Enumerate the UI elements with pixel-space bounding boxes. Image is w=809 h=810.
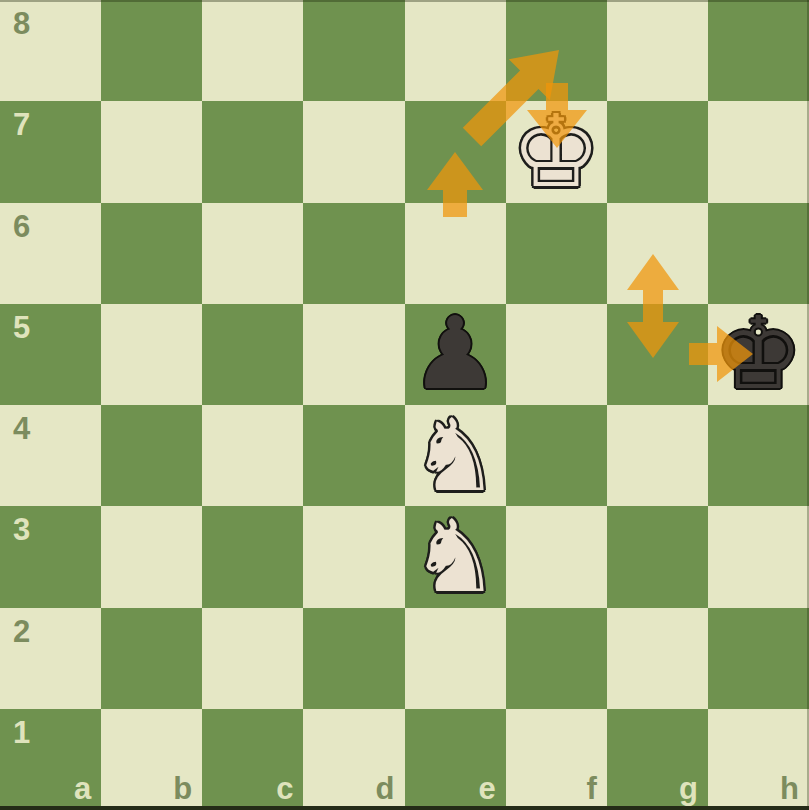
square-a5[interactable]: 5 bbox=[0, 304, 101, 405]
square-b6[interactable] bbox=[101, 203, 202, 304]
square-d3[interactable] bbox=[303, 506, 404, 607]
square-d1[interactable]: d bbox=[303, 709, 404, 810]
square-g2[interactable] bbox=[607, 608, 708, 709]
board-squares: 87♚65♟♚4♞3♞21abcdefgh bbox=[0, 0, 809, 810]
piece-black-king-h5[interactable]: ♚ bbox=[708, 304, 809, 405]
square-e7[interactable] bbox=[405, 101, 506, 202]
square-g6[interactable] bbox=[607, 203, 708, 304]
square-f3[interactable] bbox=[506, 506, 607, 607]
file-label-g: g bbox=[679, 773, 698, 804]
square-c4[interactable] bbox=[202, 405, 303, 506]
square-d2[interactable] bbox=[303, 608, 404, 709]
square-a6[interactable]: 6 bbox=[0, 203, 101, 304]
square-c5[interactable] bbox=[202, 304, 303, 405]
rank-label-4: 4 bbox=[13, 413, 30, 444]
file-label-e: e bbox=[478, 773, 495, 804]
square-c2[interactable] bbox=[202, 608, 303, 709]
piece-white-king-f7[interactable]: ♚ bbox=[506, 101, 607, 202]
square-f4[interactable] bbox=[506, 405, 607, 506]
rank-label-6: 6 bbox=[13, 211, 30, 242]
square-a2[interactable]: 2 bbox=[0, 608, 101, 709]
file-label-c: c bbox=[276, 773, 293, 804]
square-c3[interactable] bbox=[202, 506, 303, 607]
square-g4[interactable] bbox=[607, 405, 708, 506]
square-d6[interactable] bbox=[303, 203, 404, 304]
square-b1[interactable]: b bbox=[101, 709, 202, 810]
chess-board: 87♚65♟♚4♞3♞21abcdefgh bbox=[0, 0, 809, 810]
rank-label-5: 5 bbox=[13, 312, 30, 343]
square-d4[interactable] bbox=[303, 405, 404, 506]
square-h3[interactable] bbox=[708, 506, 809, 607]
square-e5[interactable]: ♟ bbox=[405, 304, 506, 405]
square-b7[interactable] bbox=[101, 101, 202, 202]
square-e2[interactable] bbox=[405, 608, 506, 709]
square-e4[interactable]: ♞ bbox=[405, 405, 506, 506]
square-d5[interactable] bbox=[303, 304, 404, 405]
square-h1[interactable]: h bbox=[708, 709, 809, 810]
square-h2[interactable] bbox=[708, 608, 809, 709]
rank-label-7: 7 bbox=[13, 109, 30, 140]
square-b2[interactable] bbox=[101, 608, 202, 709]
square-f7[interactable]: ♚ bbox=[506, 101, 607, 202]
piece-black-pawn-e5[interactable]: ♟ bbox=[405, 304, 506, 405]
square-c1[interactable]: c bbox=[202, 709, 303, 810]
square-h8[interactable] bbox=[708, 0, 809, 101]
file-label-d: d bbox=[376, 773, 395, 804]
rank-label-1: 1 bbox=[13, 717, 30, 748]
square-e1[interactable]: e bbox=[405, 709, 506, 810]
square-c7[interactable] bbox=[202, 101, 303, 202]
square-b3[interactable] bbox=[101, 506, 202, 607]
square-g5[interactable] bbox=[607, 304, 708, 405]
square-e3[interactable]: ♞ bbox=[405, 506, 506, 607]
square-a3[interactable]: 3 bbox=[0, 506, 101, 607]
square-a7[interactable]: 7 bbox=[0, 101, 101, 202]
rank-label-8: 8 bbox=[13, 8, 30, 39]
square-b8[interactable] bbox=[101, 0, 202, 101]
square-g7[interactable] bbox=[607, 101, 708, 202]
rank-label-2: 2 bbox=[13, 616, 30, 647]
file-label-h: h bbox=[780, 773, 799, 804]
square-d8[interactable] bbox=[303, 0, 404, 101]
square-b4[interactable] bbox=[101, 405, 202, 506]
square-h4[interactable] bbox=[708, 405, 809, 506]
square-e6[interactable] bbox=[405, 203, 506, 304]
square-a1[interactable]: 1a bbox=[0, 709, 101, 810]
square-g8[interactable] bbox=[607, 0, 708, 101]
square-h6[interactable] bbox=[708, 203, 809, 304]
square-d7[interactable] bbox=[303, 101, 404, 202]
square-f1[interactable]: f bbox=[506, 709, 607, 810]
square-c8[interactable] bbox=[202, 0, 303, 101]
square-c6[interactable] bbox=[202, 203, 303, 304]
square-f2[interactable] bbox=[506, 608, 607, 709]
square-f5[interactable] bbox=[506, 304, 607, 405]
square-f6[interactable] bbox=[506, 203, 607, 304]
square-a8[interactable]: 8 bbox=[0, 0, 101, 101]
square-g3[interactable] bbox=[607, 506, 708, 607]
piece-white-knight-e4[interactable]: ♞ bbox=[405, 405, 506, 506]
square-a4[interactable]: 4 bbox=[0, 405, 101, 506]
square-b5[interactable] bbox=[101, 304, 202, 405]
square-h7[interactable] bbox=[708, 101, 809, 202]
file-label-a: a bbox=[74, 773, 91, 804]
square-f8[interactable] bbox=[506, 0, 607, 101]
piece-white-knight-e3[interactable]: ♞ bbox=[405, 506, 506, 607]
square-g1[interactable]: g bbox=[607, 709, 708, 810]
rank-label-3: 3 bbox=[13, 514, 30, 545]
square-h5[interactable]: ♚ bbox=[708, 304, 809, 405]
square-e8[interactable] bbox=[405, 0, 506, 101]
file-label-f: f bbox=[586, 773, 596, 804]
file-label-b: b bbox=[173, 773, 192, 804]
